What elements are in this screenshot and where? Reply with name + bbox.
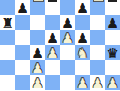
square-a6[interactable]: ♜ (0, 15, 15, 30)
square-f3[interactable] (75, 60, 90, 75)
black-pawn[interactable]: ♟ (76, 31, 88, 46)
square-g3[interactable] (90, 60, 105, 75)
white-pawn[interactable]: ♟ (46, 46, 58, 61)
square-g6[interactable] (90, 15, 105, 30)
square-h6[interactable]: ♟ (105, 15, 120, 30)
square-a4[interactable] (0, 45, 15, 60)
square-g2[interactable]: ♟ (90, 75, 105, 90)
black-pawn[interactable]: ♟ (61, 16, 73, 31)
square-e5[interactable]: ♟ (60, 30, 75, 45)
square-h2[interactable]: ♟ (105, 75, 120, 90)
square-d7[interactable] (45, 0, 60, 15)
black-rook[interactable]: ♜ (1, 16, 13, 31)
square-g4[interactable] (90, 45, 105, 60)
white-pawn[interactable]: ♟ (31, 76, 43, 91)
white-pawn[interactable]: ♟ (106, 76, 118, 91)
square-e3[interactable] (60, 60, 75, 75)
square-f4[interactable]: ♞ (75, 45, 90, 60)
square-c4[interactable]: ♟ (30, 45, 45, 60)
square-a2[interactable] (0, 75, 15, 90)
square-c7[interactable] (30, 0, 45, 15)
white-knight[interactable]: ♞ (76, 46, 88, 61)
black-pawn[interactable]: ♟ (106, 16, 118, 31)
square-a5[interactable] (0, 30, 15, 45)
white-pawn[interactable]: ♟ (91, 76, 103, 91)
black-pawn[interactable]: ♟ (31, 46, 43, 61)
square-c6[interactable] (30, 15, 45, 30)
square-b2[interactable] (15, 75, 30, 90)
square-g5[interactable] (90, 30, 105, 45)
square-h3[interactable] (105, 60, 120, 75)
square-f2[interactable]: ♟ (75, 75, 90, 90)
white-pawn[interactable]: ♟ (76, 76, 88, 91)
square-d2[interactable] (45, 75, 60, 90)
square-e6[interactable]: ♟ (60, 15, 75, 30)
chess-board: ♟♟♜♟♟♟♟♟♟♟♞♛♟♟♟♟♟ (0, 0, 120, 90)
square-f7[interactable]: ♟ (75, 0, 90, 15)
square-a7[interactable] (0, 0, 15, 15)
square-b3[interactable] (15, 60, 30, 75)
square-f5[interactable]: ♟ (75, 30, 90, 45)
square-d4[interactable]: ♟ (45, 45, 60, 60)
square-a3[interactable] (0, 60, 15, 75)
black-pawn[interactable]: ♟ (76, 1, 88, 16)
square-h4[interactable]: ♛ (105, 45, 120, 60)
square-b5[interactable] (15, 30, 30, 45)
square-d3[interactable] (45, 60, 60, 75)
square-e4[interactable] (60, 45, 75, 60)
black-pawn[interactable]: ♟ (46, 31, 58, 46)
square-c3[interactable]: ♟ (30, 60, 45, 75)
white-pawn[interactable]: ♟ (61, 31, 73, 46)
square-e2[interactable] (60, 75, 75, 90)
square-f6[interactable] (75, 15, 90, 30)
square-g7[interactable] (90, 0, 105, 15)
square-b7[interactable]: ♟ (15, 0, 30, 15)
square-c2[interactable]: ♟ (30, 75, 45, 90)
square-b6[interactable] (15, 15, 30, 30)
white-pawn[interactable]: ♟ (31, 61, 43, 76)
square-d6[interactable] (45, 15, 60, 30)
square-c5[interactable] (30, 30, 45, 45)
square-b4[interactable] (15, 45, 30, 60)
square-h5[interactable] (105, 30, 120, 45)
black-pawn[interactable]: ♟ (16, 1, 28, 16)
square-d5[interactable]: ♟ (45, 30, 60, 45)
black-queen[interactable]: ♛ (106, 46, 118, 61)
square-h7[interactable] (105, 0, 120, 15)
square-e7[interactable] (60, 0, 75, 15)
